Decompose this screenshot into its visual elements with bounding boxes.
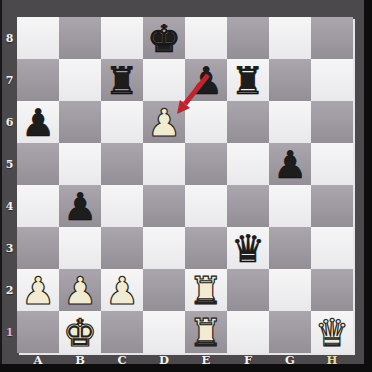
frame-right-edge xyxy=(364,0,372,372)
square-f5[interactable] xyxy=(227,143,269,185)
square-c1[interactable] xyxy=(101,311,143,353)
square-h4[interactable] xyxy=(311,185,353,227)
square-d5[interactable] xyxy=(143,143,185,185)
square-h5[interactable] xyxy=(311,143,353,185)
square-c7[interactable]: ♜ xyxy=(101,59,143,101)
square-f6[interactable] xyxy=(227,101,269,143)
square-d2[interactable] xyxy=(143,269,185,311)
square-c8[interactable] xyxy=(101,17,143,59)
white-king[interactable]: ♚ xyxy=(63,312,97,354)
white-queen[interactable]: ♛ xyxy=(315,312,349,354)
rank-label-1: 1 xyxy=(2,311,17,353)
square-d4[interactable] xyxy=(143,185,185,227)
black-rook[interactable]: ♜ xyxy=(105,60,139,102)
square-h2[interactable] xyxy=(311,269,353,311)
square-h1[interactable]: ♛ xyxy=(311,311,353,353)
square-h6[interactable] xyxy=(311,101,353,143)
square-h3[interactable] xyxy=(311,227,353,269)
square-b7[interactable] xyxy=(59,59,101,101)
square-f2[interactable] xyxy=(227,269,269,311)
square-h7[interactable] xyxy=(311,59,353,101)
square-b8[interactable] xyxy=(59,17,101,59)
square-g6[interactable] xyxy=(269,101,311,143)
chess-board[interactable]: ♚♜♟♜♟♟♟♟♛♟♟♟♜♚♜♛ xyxy=(17,17,353,353)
square-a8[interactable] xyxy=(17,17,59,59)
black-queen[interactable]: ♛ xyxy=(231,228,265,270)
square-d1[interactable] xyxy=(143,311,185,353)
square-b1[interactable]: ♚ xyxy=(59,311,101,353)
square-a7[interactable] xyxy=(17,59,59,101)
white-pawn[interactable]: ♟ xyxy=(147,102,181,144)
square-f3[interactable]: ♛ xyxy=(227,227,269,269)
square-e6[interactable] xyxy=(185,101,227,143)
square-e5[interactable] xyxy=(185,143,227,185)
square-c3[interactable] xyxy=(101,227,143,269)
square-e4[interactable] xyxy=(185,185,227,227)
square-f1[interactable] xyxy=(227,311,269,353)
rank-label-2: 2 xyxy=(2,269,17,311)
rank-label-8: 8 xyxy=(2,17,17,59)
square-c6[interactable] xyxy=(101,101,143,143)
square-a3[interactable] xyxy=(17,227,59,269)
square-h8[interactable] xyxy=(311,17,353,59)
square-b2[interactable]: ♟ xyxy=(59,269,101,311)
white-rook[interactable]: ♜ xyxy=(189,312,223,354)
black-king[interactable]: ♚ xyxy=(147,18,181,60)
square-g7[interactable] xyxy=(269,59,311,101)
rank-label-6: 6 xyxy=(2,101,17,143)
black-pawn[interactable]: ♟ xyxy=(63,186,97,228)
white-pawn[interactable]: ♟ xyxy=(105,270,139,312)
white-pawn[interactable]: ♟ xyxy=(21,270,55,312)
square-g3[interactable] xyxy=(269,227,311,269)
square-g8[interactable] xyxy=(269,17,311,59)
square-e8[interactable] xyxy=(185,17,227,59)
rank-label-4: 4 xyxy=(2,185,17,227)
square-c2[interactable]: ♟ xyxy=(101,269,143,311)
square-f7[interactable]: ♜ xyxy=(227,59,269,101)
square-a1[interactable] xyxy=(17,311,59,353)
square-b3[interactable] xyxy=(59,227,101,269)
white-rook[interactable]: ♜ xyxy=(189,270,223,312)
square-e7[interactable]: ♟ xyxy=(185,59,227,101)
square-g5[interactable]: ♟ xyxy=(269,143,311,185)
square-c5[interactable] xyxy=(101,143,143,185)
frame-bottom-edge xyxy=(0,364,372,372)
rank-label-7: 7 xyxy=(2,59,17,101)
square-d6[interactable]: ♟ xyxy=(143,101,185,143)
chess-board-widget: ♚♜♟♜♟♟♟♟♛♟♟♟♜♚♜♛ 87654321 ABCDEFGH xyxy=(0,0,372,372)
square-e3[interactable] xyxy=(185,227,227,269)
square-b6[interactable] xyxy=(59,101,101,143)
square-e1[interactable]: ♜ xyxy=(185,311,227,353)
square-f8[interactable] xyxy=(227,17,269,59)
square-a6[interactable]: ♟ xyxy=(17,101,59,143)
black-pawn[interactable]: ♟ xyxy=(21,102,55,144)
white-pawn[interactable]: ♟ xyxy=(63,270,97,312)
square-d7[interactable] xyxy=(143,59,185,101)
square-b5[interactable] xyxy=(59,143,101,185)
square-g2[interactable] xyxy=(269,269,311,311)
black-pawn[interactable]: ♟ xyxy=(273,144,307,186)
square-g4[interactable] xyxy=(269,185,311,227)
square-a5[interactable] xyxy=(17,143,59,185)
square-f4[interactable] xyxy=(227,185,269,227)
rank-label-5: 5 xyxy=(2,143,17,185)
square-d3[interactable] xyxy=(143,227,185,269)
black-pawn[interactable]: ♟ xyxy=(189,60,223,102)
square-b4[interactable]: ♟ xyxy=(59,185,101,227)
square-a2[interactable]: ♟ xyxy=(17,269,59,311)
square-e2[interactable]: ♜ xyxy=(185,269,227,311)
square-a4[interactable] xyxy=(17,185,59,227)
black-rook[interactable]: ♜ xyxy=(231,60,265,102)
square-g1[interactable] xyxy=(269,311,311,353)
rank-label-3: 3 xyxy=(2,227,17,269)
square-d8[interactable]: ♚ xyxy=(143,17,185,59)
square-c4[interactable] xyxy=(101,185,143,227)
